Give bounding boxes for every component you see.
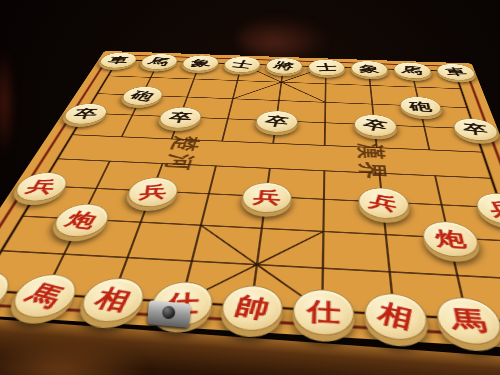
piece-character: 車: [104, 52, 132, 67]
piece-character: 兵: [365, 187, 401, 220]
photo-scene: 楚河 漢界 車馬象士將士象馬車砲砲卒卒卒卒卒兵兵兵兵兵炮炮車馬相仕帥仕相馬車: [0, 0, 500, 375]
piece-character: 馬: [447, 297, 491, 344]
piece-character: 將: [270, 57, 299, 74]
piece-character: 兵: [251, 183, 282, 213]
piece-character: 卒: [360, 114, 390, 138]
xiangqi-board: 楚河 漢界 車馬象士將士象馬車砲砲卒卒卒卒卒兵兵兵兵兵炮炮車馬相仕帥仕相馬車: [0, 51, 500, 352]
piece-character: 炮: [432, 222, 469, 257]
piece-character: 車: [441, 64, 471, 80]
metal-clasp-icon: [147, 300, 191, 328]
piece-character: 砲: [408, 97, 434, 117]
piece-character: 卒: [71, 104, 100, 124]
river-label-han-jie: 漢界: [350, 143, 393, 184]
piece-character: 卒: [262, 110, 292, 132]
piece-character: 象: [359, 61, 381, 77]
piece-character: 士: [315, 59, 339, 75]
piece-character: 卒: [463, 118, 489, 141]
piece-character: 象: [190, 55, 210, 71]
piece-character: 馬: [144, 53, 174, 69]
piece-character: 相: [373, 292, 416, 342]
piece-character: 馬: [402, 62, 423, 79]
background-glow: [0, 48, 14, 158]
piece-character: 兵: [137, 178, 168, 207]
piece-character: 士: [229, 56, 256, 73]
piece-character: 仕: [306, 290, 340, 336]
piece-character: 卒: [165, 107, 195, 128]
player-hand-silhouette: [238, 18, 328, 58]
piece-character: 帥: [229, 285, 274, 332]
